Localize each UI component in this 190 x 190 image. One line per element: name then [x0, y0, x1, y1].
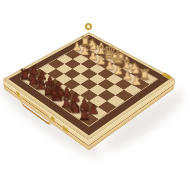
board-3d-stage: ♜♞♝♛♚♝♞♜♟♟♟♟♟♟♟♟♟♟♟♟♟♟♟♟♜♞♝♛♚♝♞♜ — [28, 18, 150, 140]
brass-ring-clasp — [85, 23, 92, 30]
folding-chess-case: ♜♞♝♛♚♝♞♜♟♟♟♟♟♟♟♟♟♟♟♟♟♟♟♟♜♞♝♛♚♝♞♜ — [3, 32, 176, 140]
brass-latch — [63, 125, 68, 133]
case-lid-maple-edge: ♜♞♝♛♚♝♞♜♟♟♟♟♟♟♟♟♟♟♟♟♟♟♟♟♜♞♝♛♚♝♞♜ — [3, 32, 176, 140]
piece-black-rook: ♜ — [71, 107, 98, 122]
handle-mount-brass — [51, 115, 55, 122]
piece-white-pawn: ♟ — [124, 75, 148, 87]
square-h4 — [115, 90, 133, 101]
chess-set-product-photo: ♜♞♝♛♚♝♞♜♟♟♟♟♟♟♟♟♟♟♟♟♟♟♟♟♜♞♝♛♚♝♞♜ — [0, 0, 190, 190]
board-walnut-border: ♜♞♝♛♚♝♞♜♟♟♟♟♟♟♟♟♟♟♟♟♟♟♟♟♜♞♝♛♚♝♞♜ — [8, 35, 169, 136]
square-h2: ♟ — [132, 79, 149, 90]
square-h8: ♜ — [80, 113, 99, 126]
